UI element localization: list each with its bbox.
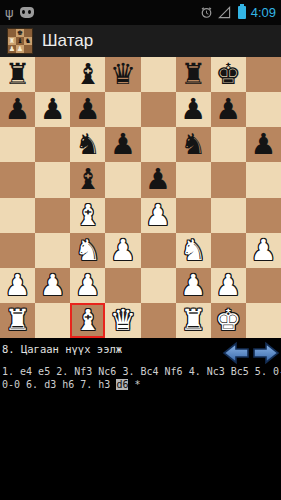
app-icon-chessboard: ♚ ♜♝♞ ♟♟ (8, 29, 32, 53)
square-a8[interactable]: ♜ (0, 57, 35, 92)
cyanogenmod-mascot-icon (20, 7, 34, 18)
alarm-clock-icon (200, 6, 213, 19)
square-b5[interactable] (35, 162, 70, 197)
square-h6[interactable]: ♟ (246, 127, 281, 162)
piece-black-pawn: ♟ (5, 92, 31, 127)
square-f3[interactable]: ♞ (176, 233, 211, 268)
piece-black-bishop: ♝ (75, 57, 101, 92)
square-d3[interactable]: ♟ (105, 233, 140, 268)
square-h3[interactable]: ♟ (246, 233, 281, 268)
previous-move-arrow[interactable] (224, 344, 248, 363)
status-bar: ψ 4:09 (0, 0, 281, 25)
square-h2[interactable] (246, 268, 281, 303)
piece-white-pawn: ♟ (215, 268, 241, 303)
square-d2[interactable] (105, 268, 140, 303)
move-list-line1[interactable]: 1. e4 e5 2. Nf3 Nc6 3. Bc4 Nf6 4. Nc3 Bc… (2, 366, 281, 377)
piece-white-pawn: ♟ (145, 198, 171, 233)
square-h7[interactable] (246, 92, 281, 127)
chess-board: ♜♝♛♜♚♟♟♟♟♟♞♟♞♟♝♟♝♟♞♟♞♟♟♟♟♟♟♜♝♛♜♚ (0, 57, 281, 338)
square-b3[interactable] (35, 233, 70, 268)
app-screen: ψ 4:09 ♚ ♜♝♞ ♟♟ Шатар ♜♝♛♜♚♟♟♟♟♟♞♟♞♟♝♟♝♟… (0, 0, 281, 500)
square-e3[interactable] (141, 233, 176, 268)
app-title: Шатар (42, 31, 93, 51)
piece-white-queen: ♛ (110, 303, 136, 338)
piece-white-bishop: ♝ (75, 198, 101, 233)
piece-black-bishop: ♝ (75, 162, 101, 197)
square-e4[interactable]: ♟ (141, 198, 176, 233)
piece-white-king: ♚ (215, 303, 241, 338)
square-e8[interactable] (141, 57, 176, 92)
square-b8[interactable] (35, 57, 70, 92)
square-f7[interactable]: ♟ (176, 92, 211, 127)
next-move-arrow[interactable] (254, 344, 278, 363)
square-f5[interactable] (176, 162, 211, 197)
square-c7[interactable]: ♟ (70, 92, 105, 127)
square-h5[interactable] (246, 162, 281, 197)
square-c1[interactable]: ♝ (70, 303, 105, 338)
piece-white-rook: ♜ (5, 303, 31, 338)
piece-black-pawn: ♟ (215, 92, 241, 127)
piece-white-rook: ♜ (180, 303, 206, 338)
move-navigation (222, 341, 280, 365)
piece-white-pawn: ♟ (180, 268, 206, 303)
square-a4[interactable] (0, 198, 35, 233)
piece-white-pawn: ♟ (75, 268, 101, 303)
square-a2[interactable]: ♟ (0, 268, 35, 303)
title-bar: ♚ ♜♝♞ ♟♟ Шатар (0, 25, 281, 57)
piece-black-rook: ♜ (5, 57, 31, 92)
square-b7[interactable]: ♟ (35, 92, 70, 127)
square-h8[interactable] (246, 57, 281, 92)
move-list-line2-before[interactable]: 0-0 6. d3 h6 7. h3 (2, 379, 116, 390)
usb-icon: ψ (5, 6, 14, 19)
square-f2[interactable]: ♟ (176, 268, 211, 303)
square-a5[interactable] (0, 162, 35, 197)
square-f1[interactable]: ♜ (176, 303, 211, 338)
battery-icon (238, 6, 246, 19)
piece-white-knight: ♞ (75, 233, 101, 268)
square-e7[interactable] (141, 92, 176, 127)
square-b1[interactable] (35, 303, 70, 338)
piece-black-pawn: ♟ (40, 92, 66, 127)
square-c6[interactable]: ♞ (70, 127, 105, 162)
piece-white-pawn: ♟ (250, 233, 276, 268)
square-b2[interactable]: ♟ (35, 268, 70, 303)
move-list-line2-after: * (128, 379, 140, 390)
square-d5[interactable] (105, 162, 140, 197)
square-g6[interactable] (211, 127, 246, 162)
piece-black-pawn: ♟ (75, 92, 101, 127)
square-b4[interactable] (35, 198, 70, 233)
square-g4[interactable] (211, 198, 246, 233)
piece-black-pawn: ♟ (145, 162, 171, 197)
piece-black-king: ♚ (215, 57, 241, 92)
square-g2[interactable]: ♟ (211, 268, 246, 303)
square-h1[interactable] (246, 303, 281, 338)
piece-black-pawn: ♟ (180, 92, 206, 127)
square-a3[interactable] (0, 233, 35, 268)
piece-black-knight: ♞ (180, 127, 206, 162)
piece-black-rook: ♜ (180, 57, 206, 92)
square-e5[interactable]: ♟ (141, 162, 176, 197)
square-d7[interactable] (105, 92, 140, 127)
square-d1[interactable]: ♛ (105, 303, 140, 338)
piece-white-pawn: ♟ (5, 268, 31, 303)
square-d6[interactable]: ♟ (105, 127, 140, 162)
signal-strength-icon (218, 6, 231, 19)
square-g7[interactable]: ♟ (211, 92, 246, 127)
clock-time: 4:09 (251, 5, 276, 20)
square-a1[interactable]: ♜ (0, 303, 35, 338)
current-move-highlight[interactable]: d6 (116, 379, 128, 390)
square-e6[interactable] (141, 127, 176, 162)
square-a6[interactable] (0, 127, 35, 162)
piece-black-pawn: ♟ (250, 127, 276, 162)
square-c8[interactable]: ♝ (70, 57, 105, 92)
square-g5[interactable] (211, 162, 246, 197)
piece-black-pawn: ♟ (110, 127, 136, 162)
move-list[interactable]: 1. e4 e5 2. Nf3 Nc6 3. Bc4 Nf6 4. Nc3 Bc… (2, 366, 281, 391)
square-c2[interactable]: ♟ (70, 268, 105, 303)
piece-white-bishop: ♝ (75, 303, 101, 338)
square-g3[interactable] (211, 233, 246, 268)
square-f6[interactable]: ♞ (176, 127, 211, 162)
square-f8[interactable]: ♜ (176, 57, 211, 92)
square-c4[interactable]: ♝ (70, 198, 105, 233)
square-d4[interactable] (105, 198, 140, 233)
piece-white-knight: ♞ (180, 233, 206, 268)
square-c3[interactable]: ♞ (70, 233, 105, 268)
square-a7[interactable]: ♟ (0, 92, 35, 127)
piece-black-knight: ♞ (75, 127, 101, 162)
piece-white-pawn: ♟ (40, 268, 66, 303)
square-b6[interactable] (35, 127, 70, 162)
piece-white-pawn: ♟ (110, 233, 136, 268)
square-e2[interactable] (141, 268, 176, 303)
piece-black-queen: ♛ (110, 57, 136, 92)
bottom-panel: 8. Цагаан нүүх ээлж 1. e4 e5 2. Nf3 Nc6 … (0, 338, 281, 500)
square-f4[interactable] (176, 198, 211, 233)
square-e1[interactable] (141, 303, 176, 338)
square-g1[interactable]: ♚ (211, 303, 246, 338)
square-g8[interactable]: ♚ (211, 57, 246, 92)
square-d8[interactable]: ♛ (105, 57, 140, 92)
square-h4[interactable] (246, 198, 281, 233)
square-c5[interactable]: ♝ (70, 162, 105, 197)
